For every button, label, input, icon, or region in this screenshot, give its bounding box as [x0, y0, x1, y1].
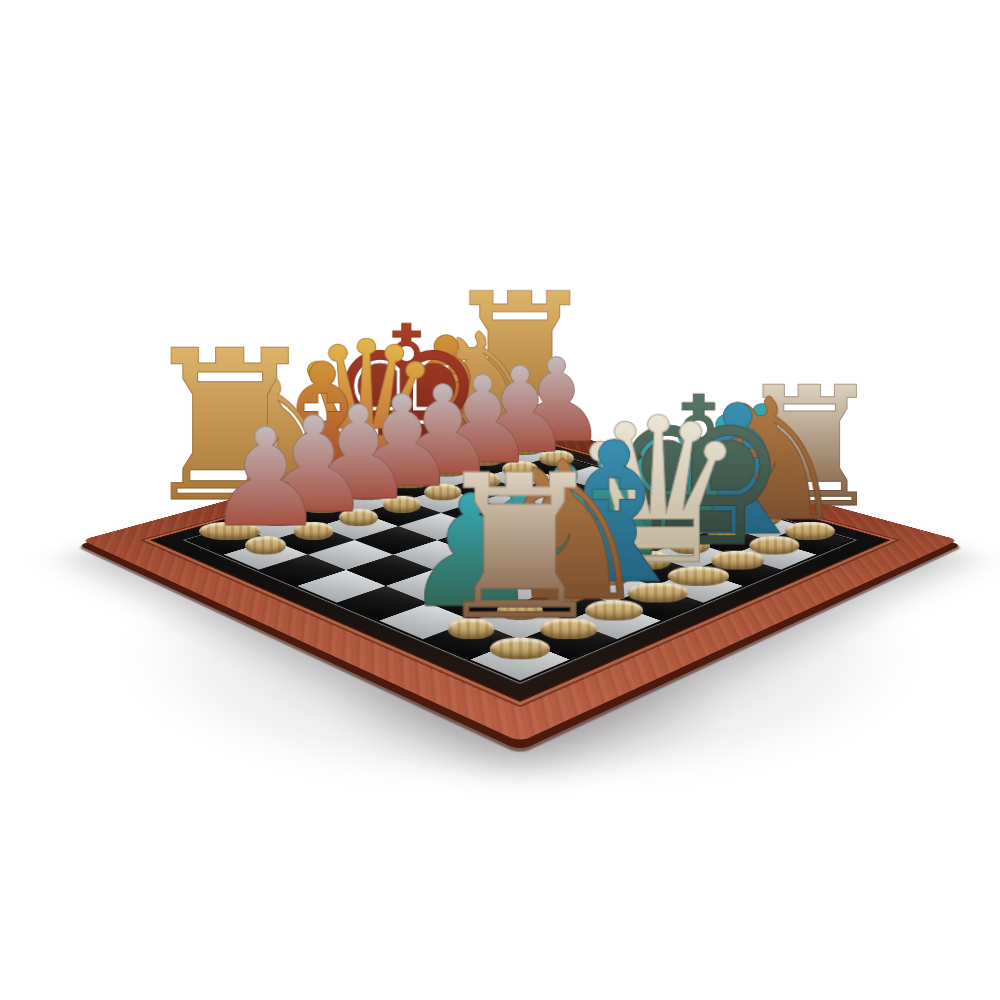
board-inner-surface: ♜♟♟♜♞♟♟♞♝♟♟♝♚♟♟♚♛♟♟♛♝♟♟♝♞♟♟♞♜♟♟♜	[152, 437, 887, 701]
chess-board-frame: ♜♟♟♜♞♟♟♞♝♟♟♝♚♟♟♚♛♟♟♛♝♟♟♝♞♟♟♞♜♟♟♜	[82, 421, 959, 742]
product-photo-canvas: ♜♟♟♜♞♟♟♞♝♟♟♝♚♟♟♚♛♟♟♛♝♟♟♝♞♟♟♞♜♟♟♜	[0, 0, 1000, 1000]
board-grid: ♜♟♟♜♞♟♟♞♝♟♟♝♚♟♟♚♛♟♟♛♝♟♟♝♞♟♟♞♜♟♟♜	[189, 445, 851, 680]
scene: ♜♟♟♜♞♟♟♞♝♟♟♝♚♟♟♚♛♟♟♛♝♟♟♝♞♟♟♞♜♟♟♜	[210, 230, 830, 850]
square-a8[interactable]: ♜	[470, 639, 570, 680]
black-rook-glyph: ♜	[387, 448, 652, 648]
